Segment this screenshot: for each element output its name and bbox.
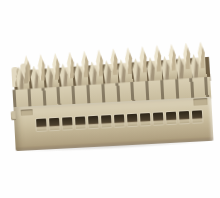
face-recess-left xyxy=(21,109,33,116)
contact-window xyxy=(179,111,190,124)
connector-housing xyxy=(11,41,214,151)
contact-window xyxy=(101,115,112,128)
contact-window xyxy=(114,114,125,127)
side-nub xyxy=(11,111,16,120)
contact-window xyxy=(75,116,86,129)
contact-window xyxy=(153,112,164,125)
photo-canvas xyxy=(0,0,220,198)
front-face xyxy=(13,97,213,151)
contact-window xyxy=(166,112,177,125)
contact-window xyxy=(192,110,203,123)
contact-window xyxy=(88,116,99,129)
contact-window xyxy=(127,114,138,127)
contact-window-row xyxy=(36,110,202,131)
contact-window xyxy=(140,113,151,126)
contact-window xyxy=(36,118,47,131)
face-recess-right xyxy=(193,98,207,106)
contact-window xyxy=(49,118,60,131)
contact-window xyxy=(62,117,73,130)
